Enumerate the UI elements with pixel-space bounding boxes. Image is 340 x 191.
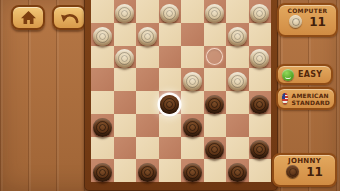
home-button[interactable]	[11, 5, 45, 30]
computer-panel: COMPUTER 11	[277, 3, 338, 37]
square-r0c6	[226, 0, 249, 23]
square-r7c7	[249, 159, 272, 182]
white-piece[interactable]	[115, 49, 134, 68]
dark-piece[interactable]	[93, 118, 112, 137]
undo-button[interactable]	[52, 5, 86, 30]
board-frame	[84, 0, 278, 191]
dark-checker-icon	[286, 165, 299, 178]
square-r0c0	[91, 0, 114, 23]
square-r1c3	[159, 23, 182, 46]
dark-piece[interactable]	[93, 163, 112, 182]
square-r5c0[interactable]	[91, 114, 114, 137]
square-r7c6[interactable]	[226, 159, 249, 182]
dark-piece[interactable]	[138, 163, 157, 182]
square-r7c1	[114, 159, 137, 182]
square-r1c4[interactable]	[181, 23, 204, 46]
square-r3c6[interactable]	[226, 68, 249, 91]
variant-line1: AMERICAN	[292, 92, 329, 99]
square-r0c1[interactable]	[114, 0, 137, 23]
square-r5c2[interactable]	[136, 114, 159, 137]
square-r6c6	[226, 137, 249, 160]
dark-piece[interactable]	[250, 95, 269, 114]
square-r1c2[interactable]	[136, 23, 159, 46]
square-r3c2[interactable]	[136, 68, 159, 91]
square-r0c5[interactable]	[204, 0, 227, 23]
variant-label: AMERICAN STANDARD	[292, 92, 330, 106]
square-r0c3[interactable]	[159, 0, 182, 23]
square-r5c1	[114, 114, 137, 137]
square-r3c4[interactable]	[181, 68, 204, 91]
dark-piece[interactable]	[228, 163, 247, 182]
variant-badge[interactable]: AMERICAN STANDARD	[276, 87, 336, 110]
square-r2c6	[226, 46, 249, 69]
square-r2c7[interactable]	[249, 46, 272, 69]
home-icon	[20, 10, 37, 25]
square-r2c2	[136, 46, 159, 69]
white-piece[interactable]	[160, 4, 179, 23]
square-r7c2[interactable]	[136, 159, 159, 182]
square-r1c0[interactable]	[91, 23, 114, 46]
dark-piece[interactable]	[205, 140, 224, 159]
white-piece[interactable]	[138, 27, 157, 46]
square-r2c5[interactable]	[204, 46, 227, 69]
human-player-panel: JOHNNY 11	[272, 153, 337, 187]
square-r1c1	[114, 23, 137, 46]
square-r1c5	[204, 23, 227, 46]
square-r4c0	[91, 91, 114, 114]
us-flag-icon	[282, 93, 288, 104]
square-r6c0	[91, 137, 114, 160]
square-r7c4[interactable]	[181, 159, 204, 182]
white-piece[interactable]	[250, 49, 269, 68]
square-r2c1[interactable]	[114, 46, 137, 69]
board	[91, 0, 271, 182]
square-r6c3[interactable]	[159, 137, 182, 160]
square-r4c1[interactable]	[114, 91, 137, 114]
square-r4c5[interactable]	[204, 91, 227, 114]
square-r6c2	[136, 137, 159, 160]
dark-piece[interactable]	[205, 95, 224, 114]
square-r4c3[interactable]	[159, 91, 182, 114]
square-r4c7[interactable]	[249, 91, 272, 114]
square-r3c7	[249, 68, 272, 91]
computer-piece-count: 11	[309, 16, 326, 28]
square-r4c4	[181, 91, 204, 114]
square-r2c3[interactable]	[159, 46, 182, 69]
square-r1c6[interactable]	[226, 23, 249, 46]
white-piece[interactable]	[93, 27, 112, 46]
human-player-name: JOHNNY	[277, 157, 332, 165]
square-r6c5[interactable]	[204, 137, 227, 160]
square-r4c2	[136, 91, 159, 114]
square-r0c2	[136, 0, 159, 23]
white-piece[interactable]	[115, 4, 134, 23]
square-r7c0[interactable]	[91, 159, 114, 182]
square-r5c6[interactable]	[226, 114, 249, 137]
human-piece-count: 11	[306, 166, 323, 178]
green-smiley-icon	[282, 69, 294, 81]
white-piece[interactable]	[205, 4, 224, 23]
square-r3c1	[114, 68, 137, 91]
computer-name: COMPUTER	[282, 7, 333, 15]
dark-piece[interactable]	[183, 118, 202, 137]
white-piece[interactable]	[250, 4, 269, 23]
dark-piece[interactable]	[250, 140, 269, 159]
variant-line2: STANDARD	[292, 99, 330, 106]
square-r7c5	[204, 159, 227, 182]
dark-piece-selected[interactable]	[160, 95, 179, 114]
game-screen: COMPUTER 11 EASY AMERICAN STANDARD JOHNN…	[0, 0, 340, 191]
move-hint-circle[interactable]	[206, 48, 223, 65]
square-r6c7[interactable]	[249, 137, 272, 160]
square-r3c0[interactable]	[91, 68, 114, 91]
difficulty-badge[interactable]: EASY	[276, 64, 333, 85]
square-r5c4[interactable]	[181, 114, 204, 137]
square-r1c7	[249, 23, 272, 46]
square-r5c7	[249, 114, 272, 137]
undo-arrow-icon	[59, 10, 80, 25]
square-r3c5	[204, 68, 227, 91]
square-r2c4	[181, 46, 204, 69]
square-r6c4	[181, 137, 204, 160]
square-r5c3	[159, 114, 182, 137]
white-piece[interactable]	[183, 72, 202, 91]
square-r0c7[interactable]	[249, 0, 272, 23]
square-r3c3	[159, 68, 182, 91]
square-r7c3	[159, 159, 182, 182]
white-piece[interactable]	[228, 27, 247, 46]
square-r4c6	[226, 91, 249, 114]
dark-piece[interactable]	[183, 163, 202, 182]
square-r0c4	[181, 0, 204, 23]
square-r5c5	[204, 114, 227, 137]
difficulty-label: EASY	[298, 70, 322, 79]
white-piece[interactable]	[228, 72, 247, 91]
square-r6c1[interactable]	[114, 137, 137, 160]
white-checker-icon	[289, 15, 302, 28]
square-r2c0	[91, 46, 114, 69]
